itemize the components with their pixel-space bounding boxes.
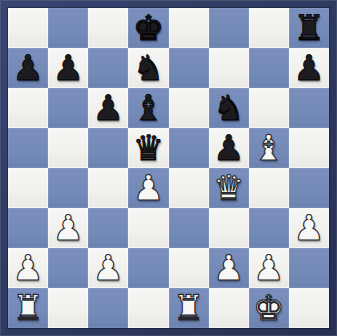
white-pawn[interactable]: ♟ [213,248,244,288]
square-a5[interactable] [8,128,48,168]
square-b6[interactable] [48,88,88,128]
square-e1[interactable]: ♜ [169,288,209,328]
square-g5[interactable]: ♝ [249,128,289,168]
black-pawn[interactable]: ♟ [12,48,43,88]
square-h1[interactable] [289,288,329,328]
square-c6[interactable]: ♟ [88,88,128,128]
square-e5[interactable] [169,128,209,168]
square-h5[interactable] [289,128,329,168]
square-a1[interactable]: ♜ [8,288,48,328]
square-f1[interactable] [209,288,249,328]
black-knight[interactable]: ♞ [133,48,164,88]
black-knight[interactable]: ♞ [213,88,244,128]
square-f4[interactable]: ♛ [209,168,249,208]
white-rook[interactable]: ♜ [12,288,43,328]
square-f8[interactable] [209,8,249,48]
white-queen[interactable]: ♛ [213,168,244,208]
square-c8[interactable] [88,8,128,48]
square-b8[interactable] [48,8,88,48]
square-a8[interactable] [8,8,48,48]
square-d1[interactable] [128,288,168,328]
square-b2[interactable] [48,248,88,288]
square-d7[interactable]: ♞ [128,48,168,88]
square-d6[interactable]: ♝ [128,88,168,128]
square-c1[interactable] [88,288,128,328]
square-d8[interactable]: ♚ [128,8,168,48]
square-d2[interactable] [128,248,168,288]
square-e6[interactable] [169,88,209,128]
white-pawn[interactable]: ♟ [93,248,124,288]
square-a4[interactable] [8,168,48,208]
square-h6[interactable] [289,88,329,128]
black-rook[interactable]: ♜ [293,8,324,48]
square-a3[interactable] [8,208,48,248]
square-e8[interactable] [169,8,209,48]
square-h3[interactable]: ♟ [289,208,329,248]
white-rook[interactable]: ♜ [173,288,204,328]
square-g8[interactable] [249,8,289,48]
square-g3[interactable] [249,208,289,248]
black-pawn[interactable]: ♟ [52,48,83,88]
square-g4[interactable] [249,168,289,208]
square-h7[interactable]: ♟ [289,48,329,88]
square-e3[interactable] [169,208,209,248]
white-pawn[interactable]: ♟ [12,248,43,288]
square-c2[interactable]: ♟ [88,248,128,288]
square-f2[interactable]: ♟ [209,248,249,288]
square-f3[interactable] [209,208,249,248]
square-d3[interactable] [128,208,168,248]
white-pawn[interactable]: ♟ [293,208,324,248]
black-pawn[interactable]: ♟ [93,88,124,128]
square-d5[interactable]: ♛ [128,128,168,168]
square-h8[interactable]: ♜ [289,8,329,48]
black-queen[interactable]: ♛ [133,128,164,168]
square-b5[interactable] [48,128,88,168]
square-e4[interactable] [169,168,209,208]
black-king[interactable]: ♚ [133,8,164,48]
square-a2[interactable]: ♟ [8,248,48,288]
square-c4[interactable] [88,168,128,208]
square-g7[interactable] [249,48,289,88]
square-e7[interactable] [169,48,209,88]
black-bishop[interactable]: ♝ [133,88,164,128]
white-pawn[interactable]: ♟ [253,248,284,288]
black-pawn[interactable]: ♟ [213,128,244,168]
square-h2[interactable] [289,248,329,288]
black-pawn[interactable]: ♟ [293,48,324,88]
square-e2[interactable] [169,248,209,288]
square-h4[interactable] [289,168,329,208]
square-g2[interactable]: ♟ [249,248,289,288]
square-b4[interactable] [48,168,88,208]
square-g6[interactable] [249,88,289,128]
square-f6[interactable]: ♞ [209,88,249,128]
square-g1[interactable]: ♚ [249,288,289,328]
white-king[interactable]: ♚ [253,288,284,328]
square-b7[interactable]: ♟ [48,48,88,88]
square-c7[interactable] [88,48,128,88]
square-a7[interactable]: ♟ [8,48,48,88]
square-f7[interactable] [209,48,249,88]
square-c5[interactable] [88,128,128,168]
white-pawn[interactable]: ♟ [133,168,164,208]
square-f5[interactable]: ♟ [209,128,249,168]
chess-board-frame: ♚♜♟♟♞♟♟♝♞♛♟♝♟♛♟♟♟♟♟♟♜♜♚ [0,0,337,336]
square-b3[interactable]: ♟ [48,208,88,248]
square-a6[interactable] [8,88,48,128]
square-d4[interactable]: ♟ [128,168,168,208]
square-b1[interactable] [48,288,88,328]
chess-board: ♚♜♟♟♞♟♟♝♞♛♟♝♟♛♟♟♟♟♟♟♜♜♚ [8,8,329,328]
white-pawn[interactable]: ♟ [52,208,83,248]
square-c3[interactable] [88,208,128,248]
white-bishop[interactable]: ♝ [253,128,284,168]
